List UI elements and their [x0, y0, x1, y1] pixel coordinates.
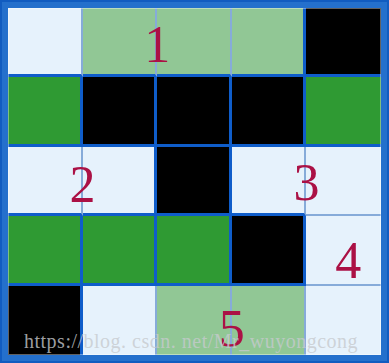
cell-r2c5[interactable] — [306, 77, 381, 146]
cell-r4c4[interactable] — [232, 216, 307, 285]
cell-r1c1[interactable] — [8, 8, 83, 77]
cell-r1c4[interactable] — [232, 8, 307, 77]
cell-r3c4[interactable] — [232, 147, 307, 216]
cell-r4c3[interactable] — [157, 216, 232, 285]
cell-r5c2[interactable] — [83, 286, 158, 355]
cell-r3c1[interactable] — [8, 147, 83, 216]
cell-r2c2[interactable] — [83, 77, 158, 146]
cell-r2c4[interactable] — [232, 77, 307, 146]
cell-r1c2[interactable] — [83, 8, 158, 77]
cell-r5c5[interactable] — [306, 286, 381, 355]
cell-r2c3[interactable] — [157, 77, 232, 146]
cell-r3c5[interactable] — [306, 147, 381, 216]
cell-r4c5[interactable] — [306, 216, 381, 285]
cell-r1c5[interactable] — [306, 8, 381, 77]
cell-r3c3[interactable] — [157, 147, 232, 216]
puzzle-screenshot: 12345 https://blog. csdn. net/Mr_wuyongc… — [0, 0, 389, 363]
cell-r4c2[interactable] — [83, 216, 158, 285]
cell-r3c2[interactable] — [83, 147, 158, 216]
cell-r2c1[interactable] — [8, 77, 83, 146]
cell-r5c3[interactable] — [157, 286, 232, 355]
cell-r5c4[interactable] — [232, 286, 307, 355]
cell-r5c1[interactable] — [8, 286, 83, 355]
cell-r1c3[interactable] — [157, 8, 232, 77]
puzzle-board: 12345 — [8, 8, 381, 355]
cell-r4c1[interactable] — [8, 216, 83, 285]
